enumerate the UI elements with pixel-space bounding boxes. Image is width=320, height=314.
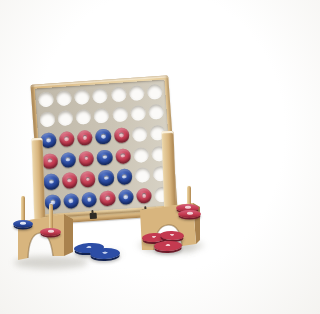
board-cell-r1c4[interactable] [91, 85, 111, 107]
blue-disc[interactable] [43, 173, 60, 190]
board-cell-r1c5[interactable] [109, 83, 129, 105]
empty-hole [147, 84, 163, 100]
empty-hole [133, 147, 149, 163]
board-cell-r4c4[interactable] [95, 146, 115, 168]
blue-disc[interactable] [118, 189, 135, 206]
empty-hole [129, 85, 145, 101]
empty-hole [112, 107, 128, 123]
blue-disc[interactable] [96, 149, 113, 166]
red-ring-on-right-peg[interactable] [178, 210, 201, 218]
blue-disc[interactable] [60, 152, 77, 169]
connect-four-scene [0, 0, 210, 314]
board-cell-r2c2[interactable] [56, 108, 76, 130]
board-cell-r4c3[interactable] [77, 148, 97, 170]
red-disc[interactable] [113, 127, 130, 144]
board-cell-r2c3[interactable] [74, 106, 94, 128]
board-cell-r1c7[interactable] [145, 81, 165, 103]
empty-hole [56, 90, 72, 106]
red-disc[interactable] [115, 148, 132, 165]
board-cell-r5c2[interactable] [60, 170, 80, 192]
red-disc[interactable] [42, 153, 59, 170]
board-cell-r1c2[interactable] [54, 87, 74, 109]
board-cell-r5c3[interactable] [78, 168, 98, 190]
board-cell-r3c2[interactable] [57, 128, 77, 150]
red-ring-on-left-peg[interactable] [40, 228, 61, 236]
board-cell-r3c4[interactable] [93, 126, 113, 148]
board-cell-r1c1[interactable] [36, 88, 56, 110]
red-disc[interactable] [61, 172, 78, 189]
board-cell-r6c5[interactable] [116, 186, 136, 208]
empty-hole [74, 89, 90, 105]
board-cell-r5c5[interactable] [115, 166, 135, 188]
empty-hole [111, 86, 127, 102]
empty-hole [94, 108, 110, 124]
red-disc[interactable] [80, 171, 97, 188]
board-cell-r5c6[interactable] [133, 164, 153, 186]
board-cell-r4c5[interactable] [113, 145, 133, 167]
blue-disc[interactable] [95, 128, 112, 145]
loose-blue-disc[interactable] [90, 247, 120, 259]
blue-disc[interactable] [116, 168, 133, 185]
red-disc[interactable] [59, 131, 76, 148]
board-cell-r3c3[interactable] [75, 127, 95, 149]
board-cell-r1c6[interactable] [127, 82, 147, 104]
board-cell-r2c5[interactable] [110, 104, 130, 126]
board-cell-r3c6[interactable] [130, 123, 150, 145]
board-cell-r5c4[interactable] [96, 167, 116, 189]
empty-hole [39, 112, 55, 128]
board-cell-r5c1[interactable] [42, 171, 62, 193]
empty-hole [135, 167, 151, 183]
blue-ring-on-left-peg[interactable] [13, 220, 33, 228]
board-cell-r2c1[interactable] [37, 109, 57, 131]
board-cell-r3c5[interactable] [112, 124, 132, 146]
empty-hole [130, 106, 146, 122]
board-cell-r4c2[interactable] [58, 149, 78, 171]
hinge-icon [89, 213, 96, 219]
board-grid [36, 81, 172, 214]
empty-hole [92, 87, 108, 103]
board-cell-r2c7[interactable] [147, 101, 167, 123]
empty-hole [132, 126, 148, 142]
board-cell-r4c6[interactable] [131, 144, 151, 166]
empty-hole [38, 91, 54, 107]
empty-hole [76, 109, 92, 125]
board-cell-r2c4[interactable] [92, 105, 112, 127]
empty-hole [57, 111, 73, 127]
red-disc[interactable] [99, 190, 116, 207]
board-cell-r2c6[interactable] [128, 103, 148, 125]
empty-hole [149, 104, 165, 120]
blue-disc[interactable] [98, 170, 115, 187]
red-disc[interactable] [77, 130, 94, 147]
board-cell-r6c4[interactable] [98, 188, 118, 210]
red-disc[interactable] [78, 150, 95, 167]
board-panel [35, 80, 173, 215]
board-cell-r1c3[interactable] [72, 86, 92, 108]
